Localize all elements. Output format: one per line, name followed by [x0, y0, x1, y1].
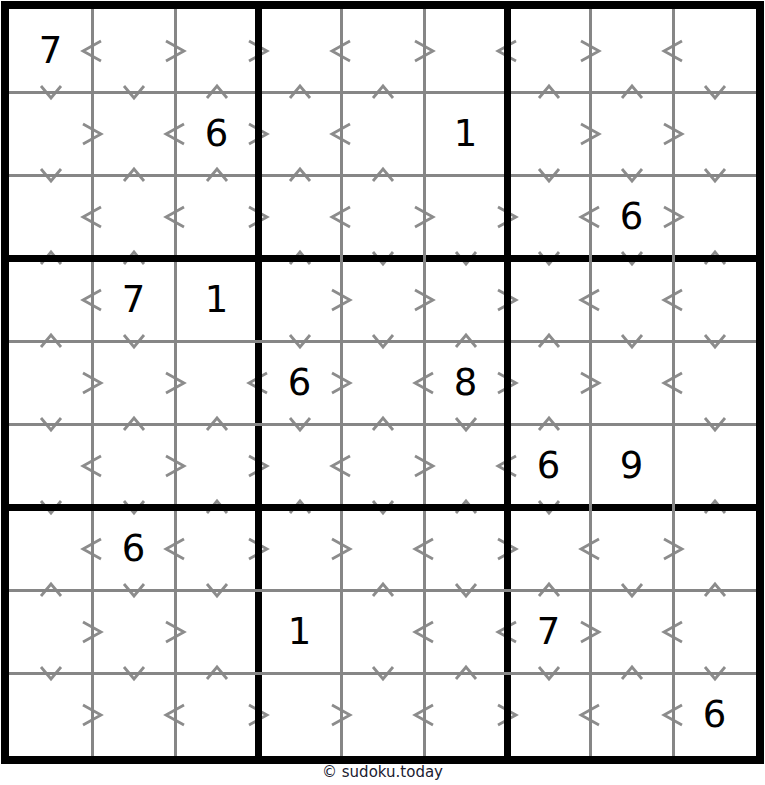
given-digit: 1: [205, 278, 229, 321]
cell-r9c7[interactable]: [507, 673, 590, 756]
cell-r7c4[interactable]: [258, 507, 341, 590]
cell-r5c6[interactable]: 8: [424, 341, 507, 424]
cell-r1c1[interactable]: 7: [9, 9, 92, 92]
given-digit: 9: [620, 444, 644, 487]
cell-r7c1[interactable]: [9, 507, 92, 590]
cell-r6c8[interactable]: 9: [590, 424, 673, 507]
cell-r8c7[interactable]: 7: [507, 590, 590, 673]
footer: © sudoku.today: [0, 763, 765, 781]
given-digit: 1: [454, 112, 478, 155]
cell-r9c9[interactable]: 6: [673, 673, 756, 756]
cell-r8c6[interactable]: [424, 590, 507, 673]
cell-r8c8[interactable]: [590, 590, 673, 673]
cell-r8c3[interactable]: [175, 590, 258, 673]
cell-r9c4[interactable]: [258, 673, 341, 756]
cell-r5c3[interactable]: [175, 341, 258, 424]
cell-r7c2[interactable]: 6: [92, 507, 175, 590]
given-digit: 7: [122, 278, 146, 321]
cell-r5c7[interactable]: [507, 341, 590, 424]
cell-r7c3[interactable]: [175, 507, 258, 590]
cell-r3c4[interactable]: [258, 175, 341, 258]
given-digit: 8: [454, 361, 478, 404]
cell-r6c1[interactable]: [9, 424, 92, 507]
cell-r2c9[interactable]: [673, 92, 756, 175]
cell-r3c6[interactable]: [424, 175, 507, 258]
cell-r8c4[interactable]: 1: [258, 590, 341, 673]
cell-r1c2[interactable]: [92, 9, 175, 92]
cell-r5c2[interactable]: [92, 341, 175, 424]
given-digit: 6: [288, 361, 312, 404]
sudoku-board: 76167168696176: [1, 1, 764, 764]
cell-r2c4[interactable]: [258, 92, 341, 175]
cell-r4c4[interactable]: [258, 258, 341, 341]
cell-r5c9[interactable]: [673, 341, 756, 424]
cell-r4c7[interactable]: [507, 258, 590, 341]
cell-r8c2[interactable]: [92, 590, 175, 673]
cell-r3c1[interactable]: [9, 175, 92, 258]
cell-r8c1[interactable]: [9, 590, 92, 673]
cell-r7c7[interactable]: [507, 507, 590, 590]
cell-r8c5[interactable]: [341, 590, 424, 673]
cell-r6c9[interactable]: [673, 424, 756, 507]
cell-r3c9[interactable]: [673, 175, 756, 258]
cell-r2c2[interactable]: [92, 92, 175, 175]
given-digit: 1: [288, 610, 312, 653]
cell-r4c6[interactable]: [424, 258, 507, 341]
cell-r4c5[interactable]: [341, 258, 424, 341]
cell-r1c5[interactable]: [341, 9, 424, 92]
cell-r4c2[interactable]: 7: [92, 258, 175, 341]
cell-r5c5[interactable]: [341, 341, 424, 424]
cell-r3c7[interactable]: [507, 175, 590, 258]
cell-r9c2[interactable]: [92, 673, 175, 756]
cell-r2c8[interactable]: [590, 92, 673, 175]
cell-r4c1[interactable]: [9, 258, 92, 341]
cell-r3c8[interactable]: 6: [590, 175, 673, 258]
cell-r6c4[interactable]: [258, 424, 341, 507]
given-digit: 7: [39, 29, 63, 72]
cell-r7c5[interactable]: [341, 507, 424, 590]
cell-r8c9[interactable]: [673, 590, 756, 673]
cell-r1c9[interactable]: [673, 9, 756, 92]
cell-r7c8[interactable]: [590, 507, 673, 590]
given-digit: 6: [122, 527, 146, 570]
cell-r3c3[interactable]: [175, 175, 258, 258]
cell-r2c6[interactable]: 1: [424, 92, 507, 175]
cell-r4c9[interactable]: [673, 258, 756, 341]
cell-r2c7[interactable]: [507, 92, 590, 175]
cell-r1c7[interactable]: [507, 9, 590, 92]
cell-r3c2[interactable]: [92, 175, 175, 258]
cell-r4c3[interactable]: 1: [175, 258, 258, 341]
cell-r9c8[interactable]: [590, 673, 673, 756]
cell-r1c8[interactable]: [590, 9, 673, 92]
cell-r5c8[interactable]: [590, 341, 673, 424]
cell-r7c9[interactable]: [673, 507, 756, 590]
cell-r6c5[interactable]: [341, 424, 424, 507]
given-digit: 6: [205, 112, 229, 155]
cell-r6c3[interactable]: [175, 424, 258, 507]
cell-r2c1[interactable]: [9, 92, 92, 175]
given-digit: 6: [537, 444, 561, 487]
cell-r9c3[interactable]: [175, 673, 258, 756]
cell-r1c3[interactable]: [175, 9, 258, 92]
cell-r9c6[interactable]: [424, 673, 507, 756]
given-digit: 7: [537, 610, 561, 653]
given-digit: 6: [703, 693, 727, 736]
cell-r6c2[interactable]: [92, 424, 175, 507]
copyright-link[interactable]: © sudoku.today: [322, 763, 443, 781]
cell-r5c1[interactable]: [9, 341, 92, 424]
cell-r1c6[interactable]: [424, 9, 507, 92]
given-digit: 6: [620, 195, 644, 238]
cell-r9c5[interactable]: [341, 673, 424, 756]
cell-r3c5[interactable]: [341, 175, 424, 258]
cell-r7c6[interactable]: [424, 507, 507, 590]
cell-r9c1[interactable]: [9, 673, 92, 756]
cell-r2c3[interactable]: 6: [175, 92, 258, 175]
cell-r6c7[interactable]: 6: [507, 424, 590, 507]
cell-r5c4[interactable]: 6: [258, 341, 341, 424]
cell-r4c8[interactable]: [590, 258, 673, 341]
cell-r2c5[interactable]: [341, 92, 424, 175]
cell-r6c6[interactable]: [424, 424, 507, 507]
cell-r1c4[interactable]: [258, 9, 341, 92]
